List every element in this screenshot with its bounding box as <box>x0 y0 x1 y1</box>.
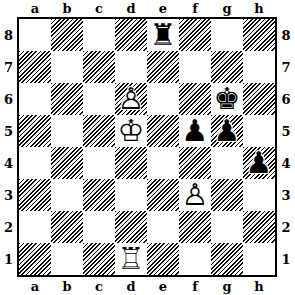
square-f8[interactable] <box>179 19 211 51</box>
square-a2[interactable] <box>19 211 51 243</box>
square-c8[interactable] <box>83 19 115 51</box>
square-e4[interactable] <box>147 147 179 179</box>
square-a8[interactable] <box>19 19 51 51</box>
file-label-top-c: c <box>83 0 115 17</box>
file-label-bottom-f: f <box>179 277 211 295</box>
rank-label-right-1: 1 <box>277 243 295 275</box>
piece-white-king-d5[interactable]: ♚♔ <box>115 115 147 147</box>
rank-label-right-4: 4 <box>277 147 295 179</box>
piece-black-pawn-h4[interactable]: ♟♟ <box>243 147 275 179</box>
piece-glyph: ♖ <box>115 243 147 275</box>
file-label-top-e: e <box>147 0 179 17</box>
square-e6[interactable] <box>147 83 179 115</box>
square-e8[interactable]: ♜♜ <box>147 19 179 51</box>
square-b6[interactable] <box>51 83 83 115</box>
square-a5[interactable] <box>19 115 51 147</box>
square-g3[interactable] <box>211 179 243 211</box>
rank-label-right-6: 6 <box>277 83 295 115</box>
file-labels-bottom: abcdefgh <box>19 277 275 295</box>
square-a4[interactable] <box>19 147 51 179</box>
square-e1[interactable] <box>147 243 179 275</box>
piece-glyph: ♚ <box>211 83 243 115</box>
file-labels-top: abcdefgh <box>19 0 275 17</box>
square-a3[interactable] <box>19 179 51 211</box>
rank-label-left-2: 2 <box>0 211 17 243</box>
piece-black-rook-e8[interactable]: ♜♜ <box>147 19 179 51</box>
rank-label-left-4: 4 <box>0 147 17 179</box>
square-h5[interactable] <box>243 115 275 147</box>
square-a6[interactable] <box>19 83 51 115</box>
rank-labels-left: 87654321 <box>0 19 17 275</box>
square-g1[interactable] <box>211 243 243 275</box>
piece-black-pawn-g5[interactable]: ♟♟ <box>211 115 243 147</box>
file-label-top-d: d <box>115 0 147 17</box>
file-label-bottom-e: e <box>147 277 179 295</box>
piece-glyph: ♟ <box>179 115 211 147</box>
square-c6[interactable] <box>83 83 115 115</box>
file-label-bottom-h: h <box>243 277 275 295</box>
chess-diagram: abcdefgh abcdefgh 87654321 87654321 ♜♜♟♙… <box>0 0 295 295</box>
file-label-bottom-a: a <box>19 277 51 295</box>
piece-white-pawn-f3[interactable]: ♟♙ <box>179 179 211 211</box>
rank-label-left-7: 7 <box>0 51 17 83</box>
piece-glyph: ♔ <box>115 115 147 147</box>
square-g5[interactable]: ♟♟ <box>211 115 243 147</box>
square-f6[interactable] <box>179 83 211 115</box>
rank-label-left-6: 6 <box>0 83 17 115</box>
square-h6[interactable] <box>243 83 275 115</box>
file-label-bottom-d: d <box>115 277 147 295</box>
square-d7[interactable] <box>115 51 147 83</box>
piece-white-pawn-d6[interactable]: ♟♙ <box>115 83 147 115</box>
piece-glyph: ♙ <box>115 83 147 115</box>
piece-glyph: ♜ <box>147 19 179 51</box>
square-d8[interactable] <box>115 19 147 51</box>
rank-label-left-5: 5 <box>0 115 17 147</box>
square-b8[interactable] <box>51 19 83 51</box>
square-b3[interactable] <box>51 179 83 211</box>
square-f4[interactable] <box>179 147 211 179</box>
square-c3[interactable] <box>83 179 115 211</box>
square-g4[interactable] <box>211 147 243 179</box>
square-b4[interactable] <box>51 147 83 179</box>
file-label-top-h: h <box>243 0 275 17</box>
square-b1[interactable] <box>51 243 83 275</box>
square-a1[interactable] <box>19 243 51 275</box>
rank-label-left-3: 3 <box>0 179 17 211</box>
piece-black-king-g6[interactable]: ♚♚ <box>211 83 243 115</box>
square-c1[interactable] <box>83 243 115 275</box>
square-e5[interactable] <box>147 115 179 147</box>
square-g2[interactable] <box>211 211 243 243</box>
file-label-bottom-b: b <box>51 277 83 295</box>
rank-label-right-3: 3 <box>277 179 295 211</box>
square-e2[interactable] <box>147 211 179 243</box>
square-c5[interactable] <box>83 115 115 147</box>
square-e7[interactable] <box>147 51 179 83</box>
file-label-top-b: b <box>51 0 83 17</box>
square-e3[interactable] <box>147 179 179 211</box>
file-label-bottom-c: c <box>83 277 115 295</box>
square-b5[interactable] <box>51 115 83 147</box>
rank-label-left-8: 8 <box>0 19 17 51</box>
file-label-top-f: f <box>179 0 211 17</box>
square-f2[interactable] <box>179 211 211 243</box>
square-d3[interactable] <box>115 179 147 211</box>
piece-glyph: ♟ <box>243 147 275 179</box>
piece-glyph: ♙ <box>179 179 211 211</box>
square-d4[interactable] <box>115 147 147 179</box>
square-f7[interactable] <box>179 51 211 83</box>
rank-labels-right: 87654321 <box>277 19 295 275</box>
square-f5[interactable]: ♟♟ <box>179 115 211 147</box>
piece-glyph: ♟ <box>211 115 243 147</box>
file-label-top-a: a <box>19 0 51 17</box>
square-d1[interactable]: ♜♖ <box>115 243 147 275</box>
rank-label-right-5: 5 <box>277 115 295 147</box>
square-g8[interactable] <box>211 19 243 51</box>
square-b7[interactable] <box>51 51 83 83</box>
square-b2[interactable] <box>51 211 83 243</box>
square-g6[interactable]: ♚♚ <box>211 83 243 115</box>
file-label-top-g: g <box>211 0 243 17</box>
file-label-bottom-g: g <box>211 277 243 295</box>
square-h8[interactable] <box>243 19 275 51</box>
square-h4[interactable]: ♟♟ <box>243 147 275 179</box>
square-d6[interactable]: ♟♙ <box>115 83 147 115</box>
square-h1[interactable] <box>243 243 275 275</box>
square-g7[interactable] <box>211 51 243 83</box>
square-f3[interactable]: ♟♙ <box>179 179 211 211</box>
square-a7[interactable] <box>19 51 51 83</box>
piece-black-pawn-f5[interactable]: ♟♟ <box>179 115 211 147</box>
square-f1[interactable] <box>179 243 211 275</box>
square-c7[interactable] <box>83 51 115 83</box>
square-d5[interactable]: ♚♔ <box>115 115 147 147</box>
piece-white-rook-d1[interactable]: ♜♖ <box>115 243 147 275</box>
square-h2[interactable] <box>243 211 275 243</box>
chess-board: ♜♜♟♙♚♚♚♔♟♟♟♟♟♟♟♙♜♖ <box>17 17 277 277</box>
square-c4[interactable] <box>83 147 115 179</box>
rank-label-left-1: 1 <box>0 243 17 275</box>
square-h3[interactable] <box>243 179 275 211</box>
square-h7[interactable] <box>243 51 275 83</box>
rank-label-right-7: 7 <box>277 51 295 83</box>
rank-label-right-2: 2 <box>277 211 295 243</box>
rank-label-right-8: 8 <box>277 19 295 51</box>
square-c2[interactable] <box>83 211 115 243</box>
square-d2[interactable] <box>115 211 147 243</box>
